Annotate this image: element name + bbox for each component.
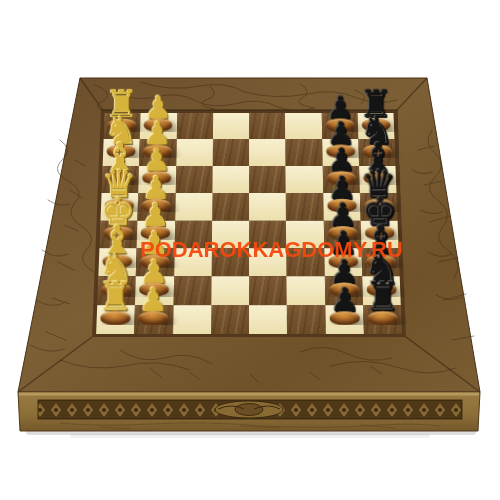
piece-wooden-base — [368, 311, 398, 325]
square-b4[interactable] — [212, 139, 249, 166]
product-photo: ♜♟♟♜♞♟♟♞♝♟♟♝♛♟♟♛♚♟♟♚♝♟♟♝♞♟♟♞♜♟♟♜ PODAROK… — [0, 0, 500, 500]
square-h7[interactable]: ♟ — [325, 305, 364, 334]
square-a5[interactable] — [249, 113, 285, 139]
square-c6[interactable] — [286, 166, 323, 193]
piece-stand: ♜ — [95, 262, 137, 326]
square-g4[interactable] — [211, 276, 249, 305]
piece-wooden-base — [101, 311, 131, 325]
piece-wooden-base — [139, 311, 169, 325]
square-h5[interactable] — [249, 305, 287, 334]
square-h6[interactable] — [287, 305, 325, 334]
square-b6[interactable] — [285, 139, 322, 166]
square-a4[interactable] — [213, 113, 249, 139]
square-g3[interactable] — [173, 276, 211, 305]
watermark-text: PODAROKKAGDOMY.RU — [140, 239, 380, 261]
piece-stand: ♜ — [362, 262, 404, 326]
square-h4[interactable] — [211, 305, 249, 334]
square-d3[interactable] — [175, 193, 212, 220]
square-h8[interactable]: ♜ — [363, 305, 402, 334]
square-c3[interactable] — [175, 166, 212, 193]
piece-stand: ♟ — [133, 272, 175, 326]
square-g6[interactable] — [287, 276, 325, 305]
chess-board[interactable]: ♜♟♟♜♞♟♟♞♝♟♟♝♛♟♟♛♚♟♟♚♝♟♟♝♞♟♟♞♜♟♟♜ — [92, 110, 406, 337]
piece-wooden-base — [329, 311, 359, 325]
square-d6[interactable] — [286, 193, 323, 220]
square-c5[interactable] — [249, 166, 286, 193]
square-a3[interactable] — [176, 113, 213, 139]
square-h3[interactable] — [173, 305, 212, 334]
square-b3[interactable] — [176, 139, 213, 166]
piece-stand: ♟ — [323, 272, 365, 326]
square-g5[interactable] — [249, 276, 287, 305]
square-a6[interactable] — [285, 113, 322, 139]
square-d4[interactable] — [212, 193, 249, 220]
square-h2[interactable]: ♟ — [134, 305, 173, 334]
square-d5[interactable] — [249, 193, 286, 220]
square-h1[interactable]: ♜ — [96, 305, 135, 334]
square-c4[interactable] — [212, 166, 249, 193]
square-b5[interactable] — [249, 139, 286, 166]
